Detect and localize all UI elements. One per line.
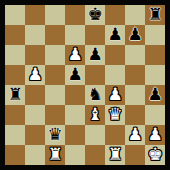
square-g4[interactable]: [125, 85, 145, 105]
white-pawn-g2[interactable]: ♟: [127, 125, 142, 144]
square-a2[interactable]: [5, 125, 25, 145]
white-pawn-h2[interactable]: ♟: [147, 125, 162, 144]
square-b1[interactable]: [25, 145, 45, 165]
chess-board: ♚♜♟♟♟♟♟♟♜♞♟♟♝♛♛♟♟♜♜♚: [5, 5, 165, 165]
square-e6[interactable]: ♟: [85, 45, 105, 65]
black-knight-e4[interactable]: ♞: [87, 85, 102, 104]
square-g1[interactable]: [125, 145, 145, 165]
square-h2[interactable]: ♟: [145, 125, 165, 145]
square-e2[interactable]: [85, 125, 105, 145]
white-bishop-e3[interactable]: ♝: [87, 105, 102, 124]
square-d3[interactable]: [65, 105, 85, 125]
square-h6[interactable]: [145, 45, 165, 65]
square-h3[interactable]: [145, 105, 165, 125]
square-f8[interactable]: [105, 5, 125, 25]
square-h1[interactable]: ♚: [145, 145, 165, 165]
square-b5[interactable]: ♟: [25, 65, 45, 85]
square-g5[interactable]: [125, 65, 145, 85]
square-a4[interactable]: ♜: [5, 85, 25, 105]
square-e4[interactable]: ♞: [85, 85, 105, 105]
square-h4[interactable]: ♟: [145, 85, 165, 105]
square-f3[interactable]: ♛: [105, 105, 125, 125]
white-rook-f1[interactable]: ♜: [107, 145, 122, 164]
square-h7[interactable]: [145, 25, 165, 45]
square-b8[interactable]: [25, 5, 45, 25]
square-b2[interactable]: [25, 125, 45, 145]
square-c3[interactable]: [45, 105, 65, 125]
square-g3[interactable]: [125, 105, 145, 125]
square-e7[interactable]: [85, 25, 105, 45]
square-a3[interactable]: [5, 105, 25, 125]
white-queen-f3[interactable]: ♛: [107, 105, 122, 124]
black-pawn-d5[interactable]: ♟: [67, 65, 82, 84]
square-e3[interactable]: ♝: [85, 105, 105, 125]
square-d8[interactable]: [65, 5, 85, 25]
square-d4[interactable]: [65, 85, 85, 105]
square-a7[interactable]: [5, 25, 25, 45]
square-f2[interactable]: [105, 125, 125, 145]
square-g8[interactable]: [125, 5, 145, 25]
black-pawn-g7[interactable]: ♟: [127, 25, 142, 44]
square-d2[interactable]: [65, 125, 85, 145]
white-pawn-b5[interactable]: ♟: [27, 65, 42, 84]
square-b4[interactable]: [25, 85, 45, 105]
board-frame: ♚♜♟♟♟♟♟♟♜♞♟♟♝♛♛♟♟♜♜♚: [0, 0, 170, 170]
square-h5[interactable]: [145, 65, 165, 85]
square-a5[interactable]: [5, 65, 25, 85]
square-d5[interactable]: ♟: [65, 65, 85, 85]
square-d7[interactable]: [65, 25, 85, 45]
square-a8[interactable]: [5, 5, 25, 25]
white-rook-c1[interactable]: ♜: [47, 145, 62, 164]
square-f6[interactable]: [105, 45, 125, 65]
square-c6[interactable]: [45, 45, 65, 65]
square-f1[interactable]: ♜: [105, 145, 125, 165]
black-pawn-e6[interactable]: ♟: [87, 45, 102, 64]
square-c8[interactable]: [45, 5, 65, 25]
square-c7[interactable]: [45, 25, 65, 45]
black-pawn-f7[interactable]: ♟: [107, 25, 122, 44]
square-a6[interactable]: [5, 45, 25, 65]
square-h8[interactable]: ♜: [145, 5, 165, 25]
black-queen-c2[interactable]: ♛: [47, 125, 62, 144]
square-f5[interactable]: [105, 65, 125, 85]
square-f4[interactable]: ♟: [105, 85, 125, 105]
black-rook-a4[interactable]: ♜: [7, 85, 22, 104]
black-pawn-h4[interactable]: ♟: [147, 85, 162, 104]
square-e5[interactable]: [85, 65, 105, 85]
black-rook-h8[interactable]: ♜: [147, 5, 162, 24]
black-king-e8[interactable]: ♚: [87, 5, 102, 24]
square-d1[interactable]: [65, 145, 85, 165]
white-king-h1[interactable]: ♚: [147, 145, 162, 164]
square-f7[interactable]: ♟: [105, 25, 125, 45]
square-c5[interactable]: [45, 65, 65, 85]
square-g7[interactable]: ♟: [125, 25, 145, 45]
square-e8[interactable]: ♚: [85, 5, 105, 25]
square-g6[interactable]: [125, 45, 145, 65]
square-d6[interactable]: ♟: [65, 45, 85, 65]
square-c2[interactable]: ♛: [45, 125, 65, 145]
square-b6[interactable]: [25, 45, 45, 65]
white-pawn-d6[interactable]: ♟: [67, 45, 82, 64]
square-b7[interactable]: [25, 25, 45, 45]
square-b3[interactable]: [25, 105, 45, 125]
square-e1[interactable]: [85, 145, 105, 165]
square-g2[interactable]: ♟: [125, 125, 145, 145]
square-c4[interactable]: [45, 85, 65, 105]
square-a1[interactable]: [5, 145, 25, 165]
square-c1[interactable]: ♜: [45, 145, 65, 165]
white-pawn-f4[interactable]: ♟: [107, 85, 122, 104]
